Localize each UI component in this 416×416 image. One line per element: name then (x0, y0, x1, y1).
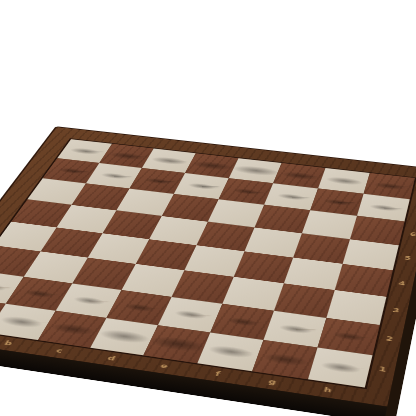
rank-label-2: 2 (378, 323, 401, 355)
square-h1: ♜ (308, 348, 372, 388)
rank-label-5: 5 (397, 245, 416, 271)
square-f6 (255, 205, 311, 233)
square-e6 (208, 199, 264, 227)
piece-glyph: ♟ (312, 152, 363, 209)
rank-label-4: 4 (391, 270, 413, 298)
piece-glyph: ♟ (266, 147, 317, 204)
rank-label-3: 3 (385, 296, 407, 326)
piece-glyph: ♟ (358, 157, 409, 214)
square-g6 (302, 210, 357, 239)
rank-label-6: 6 (403, 222, 416, 247)
board-border: ♜♞♝♛♚♝♞♜♟♟♟♟♟♟♟♟♟♟♟♟♟♟♟♟♜♞♝♛♚♝♞♜ abcdefg… (0, 126, 416, 408)
piece-glyph: ♜ (305, 296, 377, 376)
piece-glyph: ♟ (133, 132, 183, 187)
piece-glyph: ♟ (47, 122, 96, 177)
square-d6 (162, 194, 219, 222)
piece-glyph: ♟ (89, 127, 138, 182)
chess-set-photo: ♜♞♝♛♚♝♞♜♟♟♟♟♟♟♟♟♟♟♟♟♟♟♟♟♜♞♝♛♚♝♞♜ abcdefg… (0, 0, 416, 416)
chess-board: ♜♞♝♛♚♝♞♜♟♟♟♟♟♟♟♟♟♟♟♟♟♟♟♟♜♞♝♛♚♝♞♜ abcdefg… (0, 126, 416, 408)
perspective-stage: ♜♞♝♛♚♝♞♜♟♟♟♟♟♟♟♟♟♟♟♟♟♟♟♟♜♞♝♛♚♝♞♜ abcdefg… (0, 0, 416, 416)
piece-glyph: ♟ (177, 137, 227, 193)
piece-glyph: ♟ (221, 142, 271, 198)
